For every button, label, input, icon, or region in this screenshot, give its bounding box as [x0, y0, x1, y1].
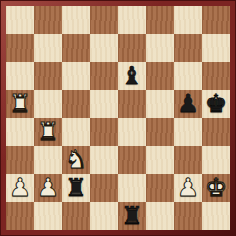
square-a8[interactable] — [6, 6, 34, 34]
square-g1[interactable] — [174, 202, 202, 230]
square-g7[interactable] — [174, 34, 202, 62]
square-d4[interactable] — [90, 118, 118, 146]
square-g5[interactable]: ♟ — [174, 90, 202, 118]
square-c6[interactable] — [62, 62, 90, 90]
square-f3[interactable] — [146, 146, 174, 174]
square-e8[interactable] — [118, 6, 146, 34]
square-g8[interactable] — [174, 6, 202, 34]
square-f7[interactable] — [146, 34, 174, 62]
square-e5[interactable] — [118, 90, 146, 118]
white-pawn: ♟ — [37, 174, 59, 202]
square-b3[interactable] — [34, 146, 62, 174]
square-c3[interactable]: ♞ — [62, 146, 90, 174]
square-h1[interactable] — [202, 202, 230, 230]
square-d3[interactable] — [90, 146, 118, 174]
square-a7[interactable] — [6, 34, 34, 62]
square-d6[interactable] — [90, 62, 118, 90]
square-h5[interactable]: ♚ — [202, 90, 230, 118]
square-b8[interactable] — [34, 6, 62, 34]
square-f6[interactable] — [146, 62, 174, 90]
white-rook: ♜ — [37, 118, 59, 146]
square-c2[interactable]: ♜ — [62, 174, 90, 202]
square-g6[interactable] — [174, 62, 202, 90]
square-c8[interactable] — [62, 6, 90, 34]
chessboard: ♝♜♟♚♜♞♟♟♜♟♚♜ — [6, 6, 230, 230]
square-f1[interactable] — [146, 202, 174, 230]
square-h3[interactable] — [202, 146, 230, 174]
black-bishop: ♝ — [121, 62, 143, 90]
square-g3[interactable] — [174, 146, 202, 174]
black-king: ♚ — [205, 90, 227, 118]
square-d1[interactable] — [90, 202, 118, 230]
square-h2[interactable]: ♚ — [202, 174, 230, 202]
square-e7[interactable] — [118, 34, 146, 62]
square-d8[interactable] — [90, 6, 118, 34]
square-f8[interactable] — [146, 6, 174, 34]
square-a5[interactable]: ♜ — [6, 90, 34, 118]
white-pawn: ♟ — [177, 174, 199, 202]
square-d7[interactable] — [90, 34, 118, 62]
square-c5[interactable] — [62, 90, 90, 118]
square-c1[interactable] — [62, 202, 90, 230]
square-c4[interactable] — [62, 118, 90, 146]
square-e3[interactable] — [118, 146, 146, 174]
square-h6[interactable] — [202, 62, 230, 90]
square-b4[interactable]: ♜ — [34, 118, 62, 146]
square-a1[interactable] — [6, 202, 34, 230]
square-b5[interactable] — [34, 90, 62, 118]
square-a6[interactable] — [6, 62, 34, 90]
white-pawn: ♟ — [9, 174, 31, 202]
black-rook: ♜ — [65, 174, 87, 202]
square-a2[interactable]: ♟ — [6, 174, 34, 202]
square-b7[interactable] — [34, 34, 62, 62]
square-h7[interactable] — [202, 34, 230, 62]
square-h8[interactable] — [202, 6, 230, 34]
square-b1[interactable] — [34, 202, 62, 230]
square-e2[interactable] — [118, 174, 146, 202]
square-d5[interactable] — [90, 90, 118, 118]
square-b6[interactable] — [34, 62, 62, 90]
square-e4[interactable] — [118, 118, 146, 146]
square-e6[interactable]: ♝ — [118, 62, 146, 90]
white-knight: ♞ — [65, 146, 87, 174]
white-rook: ♜ — [9, 90, 31, 118]
square-h4[interactable] — [202, 118, 230, 146]
black-pawn: ♟ — [177, 90, 199, 118]
square-a3[interactable] — [6, 146, 34, 174]
square-f5[interactable] — [146, 90, 174, 118]
square-a4[interactable] — [6, 118, 34, 146]
black-rook: ♜ — [121, 202, 143, 230]
square-c7[interactable] — [62, 34, 90, 62]
square-b2[interactable]: ♟ — [34, 174, 62, 202]
square-f4[interactable] — [146, 118, 174, 146]
white-king: ♚ — [205, 174, 227, 202]
square-g2[interactable]: ♟ — [174, 174, 202, 202]
square-e1[interactable]: ♜ — [118, 202, 146, 230]
square-d2[interactable] — [90, 174, 118, 202]
chessboard-frame: ♝♜♟♚♜♞♟♟♜♟♚♜ — [0, 0, 236, 236]
square-g4[interactable] — [174, 118, 202, 146]
square-f2[interactable] — [146, 174, 174, 202]
